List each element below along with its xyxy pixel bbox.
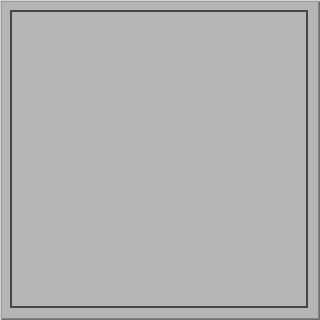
rank-labels [0, 12, 10, 306]
file-labels [12, 306, 306, 319]
board [10, 10, 308, 308]
chess-board-panel [0, 0, 320, 320]
